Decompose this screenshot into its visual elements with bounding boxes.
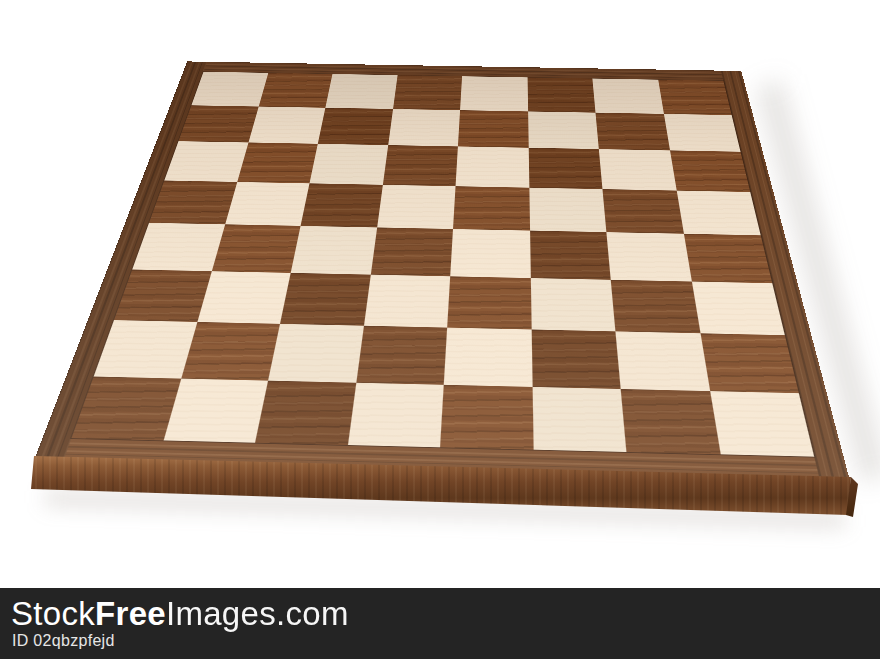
square-h2 (700, 333, 799, 393)
square-e8 (460, 76, 528, 111)
square-d6 (382, 145, 457, 186)
square-g2 (615, 331, 709, 390)
square-d7 (388, 109, 460, 147)
square-b3 (197, 271, 291, 324)
square-d3 (363, 274, 450, 327)
square-e6 (456, 146, 529, 187)
square-d5 (377, 185, 456, 229)
square-g3 (611, 279, 700, 333)
square-c2 (268, 324, 363, 383)
square-g1 (621, 389, 720, 455)
chessboard (35, 61, 850, 478)
square-g5 (602, 189, 683, 234)
square-e3 (447, 276, 531, 329)
square-b4 (211, 224, 300, 272)
square-g8 (592, 79, 663, 114)
square-c1 (255, 380, 356, 445)
square-b2 (181, 322, 280, 380)
square-g6 (599, 149, 676, 190)
square-a3 (114, 269, 211, 322)
square-b8 (258, 73, 332, 108)
square-h3 (691, 281, 785, 335)
watermark-image-id: ID 02qbzpfejd (12, 632, 115, 650)
square-b5 (225, 182, 310, 226)
square-b7 (248, 106, 325, 143)
square-a6 (164, 141, 248, 182)
watermark-site-images: Images.com (166, 595, 349, 632)
square-e4 (450, 229, 530, 278)
square-c3 (280, 273, 370, 326)
square-c8 (325, 74, 397, 109)
square-h7 (663, 114, 740, 152)
page: StockFreeImages.com ID 02qbzpfejd (0, 0, 880, 659)
square-a7 (178, 105, 258, 142)
watermark-bar: StockFreeImages.com ID 02qbzpfejd (0, 588, 880, 659)
watermark-site-stock: Stock (11, 595, 95, 632)
square-f4 (530, 231, 611, 280)
square-e1 (440, 384, 533, 449)
square-d8 (393, 75, 462, 110)
square-a4 (132, 223, 224, 271)
square-d2 (356, 326, 447, 385)
square-h1 (710, 391, 815, 457)
board-squares (71, 72, 814, 457)
square-h5 (676, 190, 761, 235)
square-f8 (527, 77, 595, 112)
square-g4 (606, 232, 691, 281)
square-f7 (528, 111, 599, 149)
square-d1 (347, 382, 443, 447)
square-a8 (191, 72, 267, 107)
square-g7 (595, 112, 669, 150)
watermark-site-free: Free (95, 595, 166, 632)
square-f1 (532, 387, 626, 452)
square-b1 (163, 378, 268, 443)
square-h6 (670, 150, 751, 191)
scene (0, 0, 880, 588)
square-h4 (683, 234, 772, 283)
square-e5 (453, 186, 530, 231)
square-b6 (237, 142, 318, 183)
watermark-site: StockFreeImages.com (11, 597, 349, 632)
square-f5 (529, 187, 606, 232)
square-d4 (370, 227, 453, 276)
square-h8 (658, 80, 732, 115)
square-c4 (291, 226, 377, 274)
square-a5 (149, 180, 237, 224)
square-c7 (318, 108, 393, 146)
square-f6 (528, 148, 602, 189)
square-c5 (301, 183, 383, 227)
square-f3 (530, 278, 615, 332)
square-e2 (444, 328, 532, 387)
square-e7 (458, 110, 528, 148)
square-c6 (310, 144, 388, 185)
square-f2 (531, 329, 620, 388)
